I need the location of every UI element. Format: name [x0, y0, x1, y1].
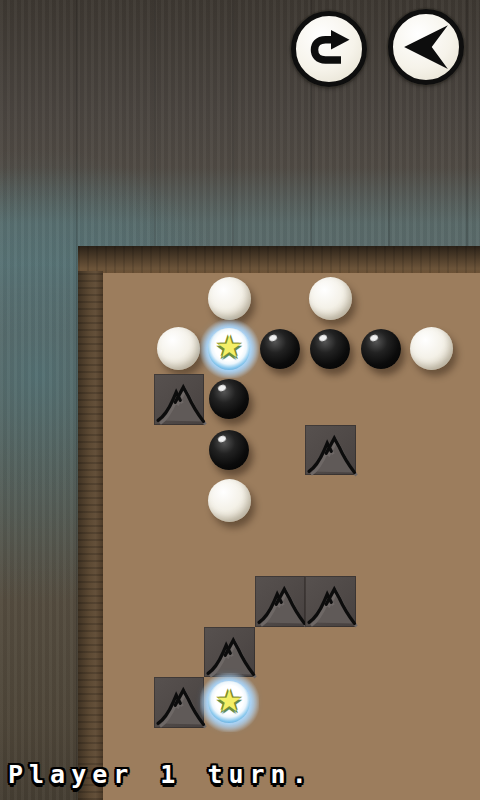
white-stone: [208, 479, 251, 522]
stone-cell: [255, 324, 306, 375]
mountain-tile: [154, 677, 205, 728]
mountain-tile: [305, 425, 356, 476]
mountain-tile: [305, 576, 356, 627]
black-stone: [260, 329, 300, 369]
stone-cell: [356, 324, 407, 375]
white-stone: [208, 277, 251, 320]
board-frame-top: [78, 246, 480, 273]
black-stone: [310, 329, 350, 369]
stone-cell: [204, 475, 255, 526]
white-stone: [410, 327, 453, 370]
game-board: ★★: [78, 246, 480, 800]
stone-cell: [154, 324, 205, 375]
stone-cell: [305, 273, 356, 324]
stone-cell: [406, 324, 457, 375]
stone-cell: [204, 425, 255, 476]
board-frame-left: [78, 271, 103, 800]
white-stone: [157, 327, 200, 370]
mountain-tile: [204, 627, 255, 678]
back-arrow-icon: [401, 22, 451, 72]
mountain-tile: [255, 576, 306, 627]
star-power-up: ★: [204, 324, 255, 375]
star-icon: ★: [216, 686, 243, 716]
back-button[interactable]: [388, 9, 464, 85]
black-stone: [209, 379, 249, 419]
star-power-up: ★: [204, 677, 255, 728]
star-icon: ★: [216, 332, 243, 362]
turn-status-text: Player 1 turn.: [8, 760, 313, 789]
board-grid[interactable]: ★★: [103, 273, 480, 800]
black-stone: [209, 430, 249, 470]
redo-arrow-icon: [305, 25, 353, 73]
black-stone: [361, 329, 401, 369]
stone-cell: [305, 324, 356, 375]
stone-cell: [204, 374, 255, 425]
white-stone: [309, 277, 352, 320]
stone-cell: [204, 273, 255, 324]
star-disc: ★: [208, 328, 250, 370]
redo-button[interactable]: [291, 11, 367, 87]
mountain-tile: [154, 374, 205, 425]
